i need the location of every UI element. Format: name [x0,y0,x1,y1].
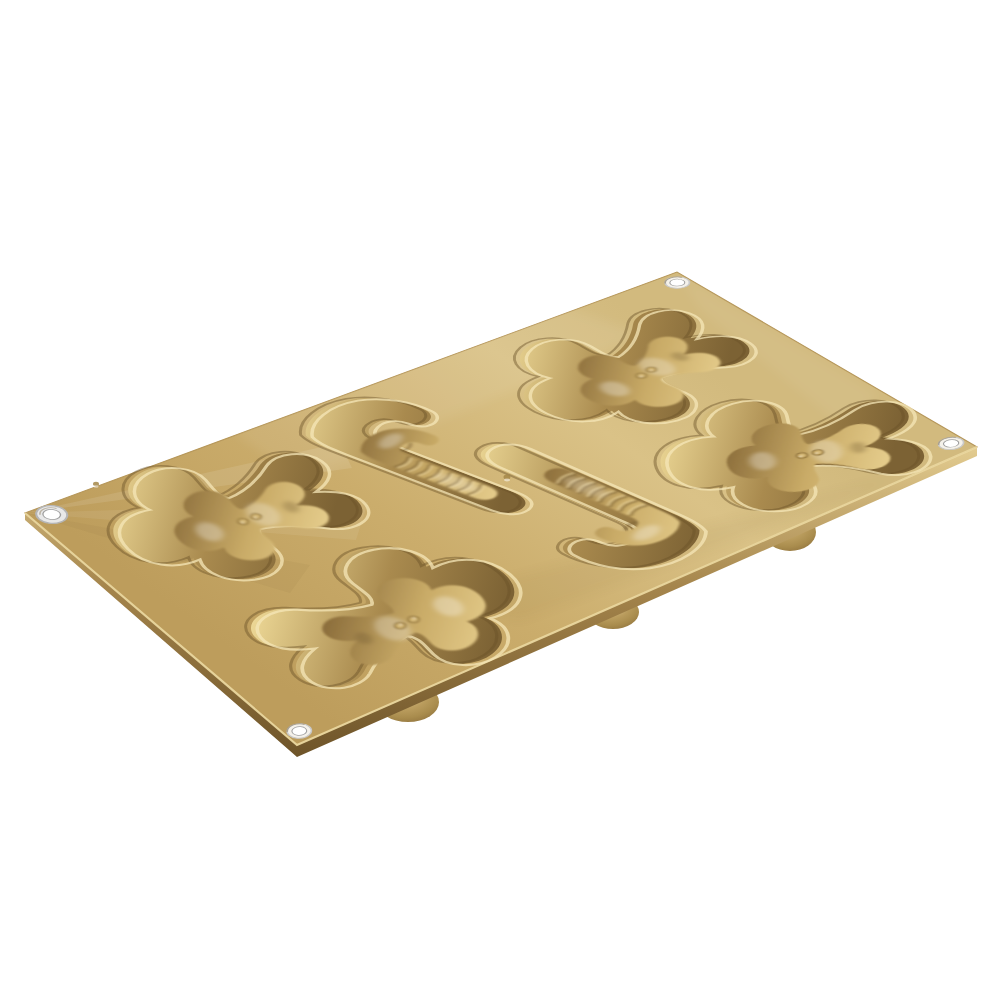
surface-dimple-2 [93,482,99,488]
baking-mold-photo [0,0,1000,1000]
surface-dimple-1 [504,474,511,481]
product-photo [0,0,1000,1000]
